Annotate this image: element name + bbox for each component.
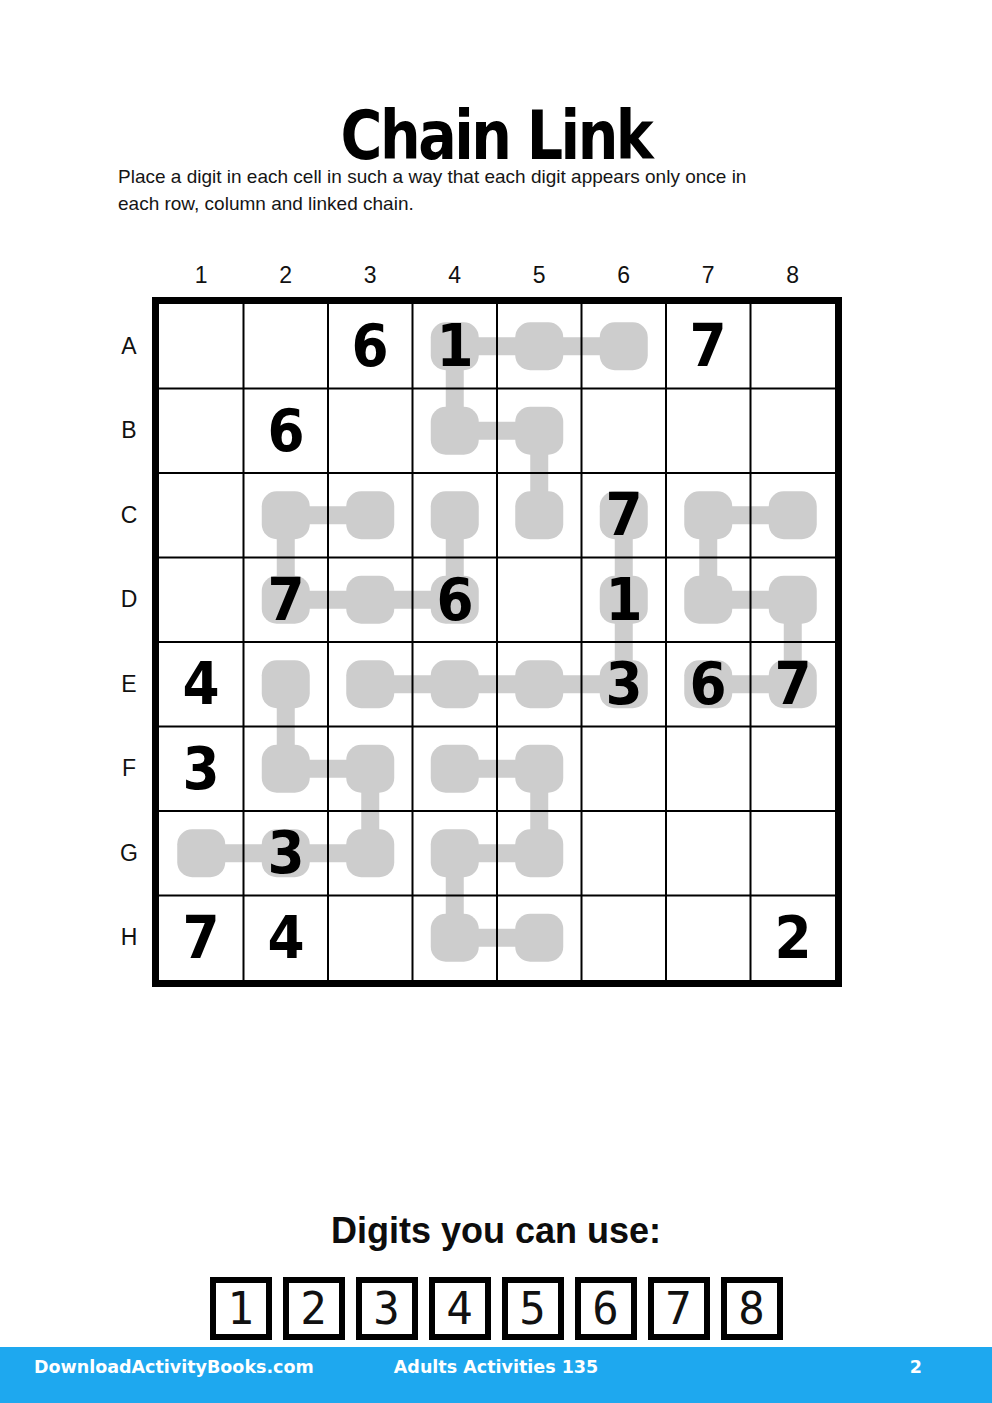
digit-box-5: 5: [502, 1277, 564, 1340]
col-label-3: 3: [328, 262, 413, 292]
col-label-7: 7: [666, 262, 751, 292]
row-label-E: E: [114, 642, 144, 727]
digit-box-6: 6: [575, 1277, 637, 1340]
digit-box-4: 4: [429, 1277, 491, 1340]
cell-B8[interactable]: [751, 389, 836, 474]
cell-C7[interactable]: [666, 473, 751, 558]
cell-A5[interactable]: [497, 304, 582, 389]
cell-H7[interactable]: [666, 896, 751, 981]
cell-B2[interactable]: 6: [244, 389, 329, 474]
cell-B3[interactable]: [328, 389, 413, 474]
cell-D5[interactable]: [497, 558, 582, 643]
given-digit-F1: 3: [183, 740, 220, 798]
cell-B5[interactable]: [497, 389, 582, 474]
cell-G5[interactable]: [497, 811, 582, 896]
digit-box-2: 2: [283, 1277, 345, 1340]
given-digit-D2: 7: [267, 571, 304, 629]
cell-A7[interactable]: 7: [666, 304, 751, 389]
cell-A6[interactable]: [582, 304, 667, 389]
instructions-line-1: Place a digit in each cell in such a way…: [118, 163, 746, 190]
cell-D6[interactable]: 1: [582, 558, 667, 643]
cell-C1[interactable]: [159, 473, 244, 558]
board-cells: 61767761436733742: [159, 304, 835, 980]
cell-F2[interactable]: [244, 727, 329, 812]
cell-D3[interactable]: [328, 558, 413, 643]
cell-B1[interactable]: [159, 389, 244, 474]
given-digit-C6: 7: [605, 486, 642, 544]
given-digit-E1: 4: [183, 655, 220, 713]
cell-D2[interactable]: 7: [244, 558, 329, 643]
cell-E6[interactable]: 3: [582, 642, 667, 727]
given-digit-E7: 6: [690, 655, 727, 713]
row-label-D: D: [114, 558, 144, 643]
digit-boxes: 12345678: [0, 1277, 992, 1340]
digit-box-8: 8: [721, 1277, 783, 1340]
given-digit-D4: 6: [436, 571, 473, 629]
cell-C8[interactable]: [751, 473, 836, 558]
cell-E2[interactable]: [244, 642, 329, 727]
cell-D1[interactable]: [159, 558, 244, 643]
given-digit-E8: 7: [774, 655, 811, 713]
cell-A3[interactable]: 6: [328, 304, 413, 389]
given-digit-B2: 6: [267, 402, 304, 460]
col-label-1: 1: [159, 262, 244, 292]
cell-H4[interactable]: [413, 896, 498, 981]
cell-F1[interactable]: 3: [159, 727, 244, 812]
cell-C4[interactable]: [413, 473, 498, 558]
cell-D7[interactable]: [666, 558, 751, 643]
cell-A4[interactable]: 1: [413, 304, 498, 389]
cell-C3[interactable]: [328, 473, 413, 558]
cell-D8[interactable]: [751, 558, 836, 643]
footer-bar: DownloadActivityBooks.com Adults Activit…: [0, 1347, 992, 1403]
cell-A1[interactable]: [159, 304, 244, 389]
cell-C2[interactable]: [244, 473, 329, 558]
row-label-H: H: [114, 896, 144, 981]
cell-E8[interactable]: 7: [751, 642, 836, 727]
cell-H6[interactable]: [582, 896, 667, 981]
cell-D4[interactable]: 6: [413, 558, 498, 643]
given-digit-D6: 1: [605, 571, 642, 629]
cell-B4[interactable]: [413, 389, 498, 474]
cell-F4[interactable]: [413, 727, 498, 812]
cell-C6[interactable]: 7: [582, 473, 667, 558]
col-label-4: 4: [413, 262, 498, 292]
cell-F7[interactable]: [666, 727, 751, 812]
cell-G3[interactable]: [328, 811, 413, 896]
cell-E7[interactable]: 6: [666, 642, 751, 727]
footer-page-number: 2: [910, 1357, 922, 1377]
cell-F8[interactable]: [751, 727, 836, 812]
cell-H5[interactable]: [497, 896, 582, 981]
cell-G7[interactable]: [666, 811, 751, 896]
cell-F6[interactable]: [582, 727, 667, 812]
row-label-C: C: [114, 473, 144, 558]
cell-H2[interactable]: 4: [244, 896, 329, 981]
cell-C5[interactable]: [497, 473, 582, 558]
digit-box-3: 3: [356, 1277, 418, 1340]
col-label-6: 6: [582, 262, 667, 292]
cell-G6[interactable]: [582, 811, 667, 896]
puzzle-board: 61767761436733742: [152, 297, 842, 987]
cell-F5[interactable]: [497, 727, 582, 812]
col-label-2: 2: [244, 262, 329, 292]
given-digit-H1: 7: [183, 909, 220, 967]
cell-A8[interactable]: [751, 304, 836, 389]
column-labels: 12345678: [159, 262, 835, 292]
cell-H3[interactable]: [328, 896, 413, 981]
row-label-A: A: [114, 304, 144, 389]
cell-E5[interactable]: [497, 642, 582, 727]
digit-box-1: 1: [210, 1277, 272, 1340]
given-digit-A7: 7: [690, 317, 727, 375]
cell-H1[interactable]: 7: [159, 896, 244, 981]
cell-H8[interactable]: 2: [751, 896, 836, 981]
cell-G2[interactable]: 3: [244, 811, 329, 896]
cell-F3[interactable]: [328, 727, 413, 812]
given-digit-A4: 1: [436, 317, 473, 375]
col-label-5: 5: [497, 262, 582, 292]
cell-G1[interactable]: [159, 811, 244, 896]
cell-E4[interactable]: [413, 642, 498, 727]
cell-A2[interactable]: [244, 304, 329, 389]
digits-strip-heading: Digits you can use:: [0, 1210, 992, 1252]
given-digit-H2: 4: [267, 909, 304, 967]
given-digit-E6: 3: [605, 655, 642, 713]
cell-E3[interactable]: [328, 642, 413, 727]
digit-box-7: 7: [648, 1277, 710, 1340]
given-digit-G2: 3: [267, 824, 304, 882]
given-digit-H8: 2: [774, 909, 811, 967]
instructions-line-2: each row, column and linked chain.: [118, 190, 746, 217]
row-label-F: F: [114, 727, 144, 812]
cell-E1[interactable]: 4: [159, 642, 244, 727]
col-label-8: 8: [751, 262, 836, 292]
footer-book-title: Adults Activities 135: [0, 1357, 992, 1377]
instructions: Place a digit in each cell in such a way…: [118, 163, 746, 217]
cell-G4[interactable]: [413, 811, 498, 896]
row-labels: ABCDEFGH: [114, 304, 144, 980]
given-digit-A3: 6: [352, 317, 389, 375]
row-label-G: G: [114, 811, 144, 896]
cell-B6[interactable]: [582, 389, 667, 474]
cell-G8[interactable]: [751, 811, 836, 896]
row-label-B: B: [114, 389, 144, 474]
cell-B7[interactable]: [666, 389, 751, 474]
